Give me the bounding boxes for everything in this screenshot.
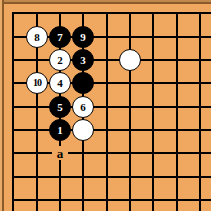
grid-line-vertical-1: [12, 12, 14, 211]
stone-white-4: 4: [49, 72, 71, 94]
board-frame-top-outer: [0, 0, 211, 2]
stone-black-5: 5: [49, 96, 71, 118]
stone-white-8: 8: [26, 26, 48, 48]
grid-line-horizontal-8: [12, 176, 211, 178]
stone-white-plain: [119, 49, 141, 71]
grid-line-horizontal-9: [12, 199, 211, 201]
stone-white-10: 10: [26, 72, 48, 94]
go-board: a87923104561: [0, 0, 211, 211]
grid-line-horizontal-1: [12, 12, 211, 14]
grid-line-horizontal-6: [12, 129, 211, 131]
stone-white-2: 2: [49, 49, 71, 71]
board-frame-left-inner: [2, 0, 4, 211]
grid-line-horizontal-5: [12, 106, 211, 108]
stone-white-plain: [72, 119, 94, 141]
board-frame-left-outer: [0, 0, 2, 211]
grid-line-horizontal-7: [12, 152, 211, 154]
stone-black-1: 1: [49, 119, 71, 141]
grid-line-horizontal-3: [12, 59, 211, 61]
grid-line-vertical-6: [129, 12, 131, 211]
stone-black-7: 7: [49, 26, 71, 48]
grid-line-vertical-7: [152, 12, 154, 211]
stone-black-3: 3: [72, 49, 94, 71]
point-label-a: a: [52, 146, 68, 160]
stone-black-9: 9: [72, 26, 94, 48]
grid-line-vertical-5: [106, 12, 108, 211]
grid-line-vertical-9: [199, 12, 201, 211]
stone-white-6: 6: [72, 96, 94, 118]
stone-black-plain: [72, 72, 94, 94]
board-frame-top-inner: [0, 2, 211, 4]
grid-line-vertical-8: [176, 12, 178, 211]
